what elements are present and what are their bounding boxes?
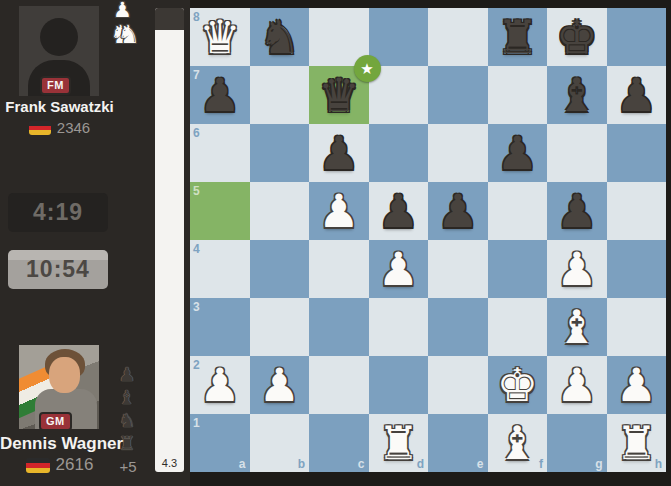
square-a1[interactable]: 1a <box>190 414 250 472</box>
avatar-silhouette-head-icon <box>40 18 78 56</box>
piece-white-pawn[interactable]: ♟ <box>309 182 369 240</box>
game-window: ♟ ♞♞ FM Frank Sawatzki 2346 4:19 10:54 ♟… <box>0 0 671 486</box>
piece-black-pawn[interactable]: ♟ <box>488 124 548 182</box>
rank-label-7: 7 <box>193 68 200 82</box>
piece-white-pawn[interactable]: ♟ <box>547 356 607 414</box>
square-d1[interactable]: d♜ <box>369 414 429 472</box>
evaluation-bar-black-portion <box>155 8 184 30</box>
square-a8[interactable]: 8♛ <box>190 8 250 66</box>
square-b5[interactable] <box>250 182 310 240</box>
square-g2[interactable]: ♟ <box>547 356 607 414</box>
square-b3[interactable] <box>250 298 310 356</box>
square-g8[interactable]: ♚ <box>547 8 607 66</box>
piece-white-king[interactable]: ♚ <box>488 356 548 414</box>
square-c1[interactable]: c <box>309 414 369 472</box>
piece-black-knight[interactable]: ♞ <box>250 8 310 66</box>
square-e2[interactable] <box>428 356 488 414</box>
material-advantage: +5 <box>114 458 142 475</box>
square-c5[interactable]: ♟ <box>309 182 369 240</box>
file-label-e: e <box>477 457 484 471</box>
square-f3[interactable] <box>488 298 548 356</box>
square-h7[interactable]: ♟ <box>607 66 667 124</box>
top-player-rating: 2346 <box>57 119 90 136</box>
square-h2[interactable]: ♟ <box>607 356 667 414</box>
square-g3[interactable]: ♝ <box>547 298 607 356</box>
piece-black-king[interactable]: ♚ <box>547 8 607 66</box>
square-g7[interactable]: ♝ <box>547 66 607 124</box>
square-b2[interactable]: ♟ <box>250 356 310 414</box>
square-b4[interactable] <box>250 240 310 298</box>
square-a7[interactable]: 7♟ <box>190 66 250 124</box>
avatar-photo-face <box>49 357 80 393</box>
square-d8[interactable] <box>369 8 429 66</box>
piece-black-pawn[interactable]: ♟ <box>607 66 667 124</box>
piece-white-pawn[interactable]: ♟ <box>547 240 607 298</box>
square-h3[interactable] <box>607 298 667 356</box>
square-f6[interactable]: ♟ <box>488 124 548 182</box>
square-e1[interactable]: e <box>428 414 488 472</box>
rank-label-4: 4 <box>193 242 200 256</box>
germany-flag-icon <box>29 121 51 135</box>
rank-label-2: 2 <box>193 358 200 372</box>
piece-black-pawn[interactable]: ♟ <box>309 124 369 182</box>
file-label-f: f <box>539 457 543 471</box>
bottom-player-name[interactable]: Dennis Wagner <box>0 434 119 454</box>
captured-white-knight-icon: ♞ <box>117 20 124 49</box>
piece-white-pawn[interactable]: ♟ <box>369 240 429 298</box>
captured-white-knights-icon: ♞♞ <box>110 22 132 47</box>
bottom-player-clock: 10:54 <box>8 250 108 289</box>
square-d4[interactable]: ♟ <box>369 240 429 298</box>
square-e3[interactable] <box>428 298 488 356</box>
rank-label-6: 6 <box>193 126 200 140</box>
square-f5[interactable] <box>488 182 548 240</box>
square-f8[interactable]: ♜ <box>488 8 548 66</box>
piece-black-rook[interactable]: ♜ <box>488 8 548 66</box>
square-a6[interactable]: 6 <box>190 124 250 182</box>
square-a4[interactable]: 4 <box>190 240 250 298</box>
rank-label-1: 1 <box>193 416 200 430</box>
square-h4[interactable] <box>607 240 667 298</box>
square-d6[interactable] <box>369 124 429 182</box>
square-g4[interactable]: ♟ <box>547 240 607 298</box>
square-e8[interactable] <box>428 8 488 66</box>
square-f2[interactable]: ♚ <box>488 356 548 414</box>
top-player-flag-rating: 2346 <box>0 119 119 136</box>
square-c2[interactable] <box>309 356 369 414</box>
germany-flag-icon <box>26 458 50 473</box>
rank-label-8: 8 <box>193 10 200 24</box>
bottom-player-rating: 2616 <box>56 455 94 475</box>
square-g6[interactable] <box>547 124 607 182</box>
square-b1[interactable]: b <box>250 414 310 472</box>
captured-white-pawn-icon: ♟ <box>113 0 132 21</box>
square-g1[interactable]: g <box>547 414 607 472</box>
file-label-b: b <box>298 457 305 471</box>
square-a5[interactable]: 5 <box>190 182 250 240</box>
rank-label-5: 5 <box>193 184 200 198</box>
square-h8[interactable] <box>607 8 667 66</box>
square-f4[interactable] <box>488 240 548 298</box>
square-c7[interactable]: ♛★ <box>309 66 369 124</box>
piece-black-bishop[interactable]: ♝ <box>547 66 607 124</box>
square-d2[interactable] <box>369 356 429 414</box>
best-move-star-icon: ★ <box>354 55 381 82</box>
square-a3[interactable]: 3 <box>190 298 250 356</box>
file-label-c: c <box>358 457 365 471</box>
top-player-title-badge: FM <box>40 76 71 95</box>
square-e6[interactable] <box>428 124 488 182</box>
square-g5[interactable]: ♟ <box>547 182 607 240</box>
top-player-clock: 4:19 <box>8 193 108 232</box>
square-h6[interactable] <box>607 124 667 182</box>
square-b6[interactable] <box>250 124 310 182</box>
bottom-player-flag-rating: 2616 <box>0 455 119 475</box>
evaluation-value: 4.3 <box>155 457 184 469</box>
evaluation-bar: 4.3 <box>155 8 184 472</box>
square-b8[interactable]: ♞ <box>250 8 310 66</box>
piece-white-bishop[interactable]: ♝ <box>547 298 607 356</box>
square-f7[interactable] <box>488 66 548 124</box>
piece-black-pawn[interactable]: ♟ <box>547 182 607 240</box>
file-label-a: a <box>239 457 246 471</box>
square-c6[interactable]: ♟ <box>309 124 369 182</box>
square-b7[interactable] <box>250 66 310 124</box>
square-d5[interactable]: ♟ <box>369 182 429 240</box>
square-a2[interactable]: 2♟ <box>190 356 250 414</box>
square-d3[interactable] <box>369 298 429 356</box>
square-c3[interactable] <box>309 298 369 356</box>
file-label-h: h <box>655 457 662 471</box>
file-label-g: g <box>595 457 602 471</box>
square-c4[interactable] <box>309 240 369 298</box>
captured-black-pawn-icon: ♟ <box>116 363 138 386</box>
rank-label-3: 3 <box>193 300 200 314</box>
file-label-d: d <box>417 457 424 471</box>
piece-black-pawn[interactable]: ♟ <box>428 182 488 240</box>
square-h1[interactable]: h♜ <box>607 414 667 472</box>
top-player-captured-pieces: ♟ ♞♞ <box>110 0 132 47</box>
captured-black-bishop-icon: ♝ <box>116 386 138 409</box>
top-player-name[interactable]: Frank Sawatzki <box>0 98 119 115</box>
piece-black-pawn[interactable]: ♟ <box>369 182 429 240</box>
captured-black-knight-icon: ♞ <box>116 409 138 432</box>
square-e7[interactable] <box>428 66 488 124</box>
square-e4[interactable] <box>428 240 488 298</box>
square-f1[interactable]: f♝ <box>488 414 548 472</box>
bottom-player-title-badge: GM <box>39 412 72 431</box>
square-e5[interactable]: ♟ <box>428 182 488 240</box>
piece-white-pawn[interactable]: ♟ <box>250 356 310 414</box>
board: 8♛♞♜♚7♟♛★♝♟6♟♟5♟♟♟♟4♟♟3♝2♟♟♚♟♟1abcd♜ef♝g… <box>190 8 666 472</box>
square-h5[interactable] <box>607 182 667 240</box>
piece-white-pawn[interactable]: ♟ <box>607 356 667 414</box>
